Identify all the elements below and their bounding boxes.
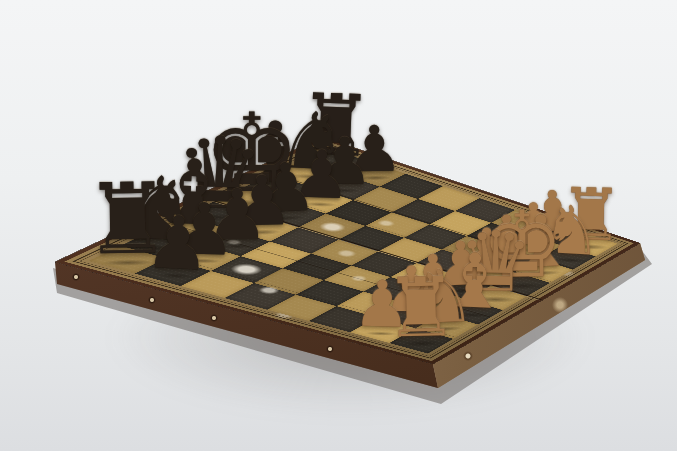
photo-scene: ♜♞♝♛♚♝♞♜♟♟♟♟♟♟♟♟♟♟♟♟♟♟♟♟♜♞♝♛♚♝♞♜ [0, 0, 677, 451]
